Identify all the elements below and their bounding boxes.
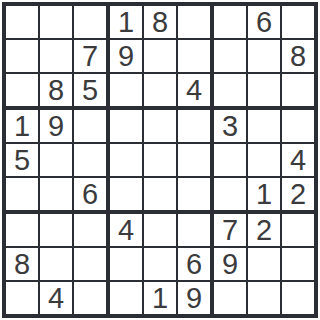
cell-r4c2[interactable]: 9	[40, 110, 72, 142]
cell-r6c8[interactable]: 1	[248, 178, 280, 210]
cell-r5c7[interactable]	[214, 144, 246, 176]
cell-r4c1[interactable]: 1	[6, 110, 38, 142]
cell-r4c7[interactable]: 3	[214, 110, 246, 142]
cell-r8c4[interactable]	[110, 248, 142, 280]
cell-r8c8[interactable]	[248, 248, 280, 280]
cell-r4c9[interactable]	[282, 110, 314, 142]
cell-r6c6[interactable]	[178, 178, 210, 210]
cell-r9c1[interactable]	[6, 282, 38, 314]
cell-r4c4[interactable]	[110, 110, 142, 142]
cell-r9c4[interactable]	[110, 282, 142, 314]
cell-r6c4[interactable]	[110, 178, 142, 210]
cell-r2c9[interactable]: 8	[282, 40, 314, 72]
cell-r6c9[interactable]: 2	[282, 178, 314, 210]
cell-r1c1[interactable]	[6, 6, 38, 38]
cell-r4c6[interactable]	[178, 110, 210, 142]
cell-r3c5[interactable]	[144, 74, 176, 106]
box-r1c2: 1894	[110, 6, 210, 106]
cell-r6c5[interactable]	[144, 178, 176, 210]
cell-r1c2[interactable]	[40, 6, 72, 38]
cell-r8c7[interactable]: 9	[214, 248, 246, 280]
cell-r2c1[interactable]	[6, 40, 38, 72]
cell-r7c5[interactable]	[144, 214, 176, 246]
cell-r6c1[interactable]	[6, 178, 38, 210]
cell-r2c4[interactable]: 9	[110, 40, 142, 72]
cell-r8c1[interactable]: 8	[6, 248, 38, 280]
box-r2c1: 1956	[6, 110, 106, 210]
cell-r3c8[interactable]	[248, 74, 280, 106]
cell-r5c1[interactable]: 5	[6, 144, 38, 176]
cell-r9c3[interactable]	[74, 282, 106, 314]
cell-r9c7[interactable]	[214, 282, 246, 314]
cell-r8c9[interactable]	[282, 248, 314, 280]
cell-r7c2[interactable]	[40, 214, 72, 246]
cell-r4c8[interactable]	[248, 110, 280, 142]
cell-r8c2[interactable]	[40, 248, 72, 280]
cell-r3c1[interactable]	[6, 74, 38, 106]
cell-r7c4[interactable]: 4	[110, 214, 142, 246]
cell-r8c3[interactable]	[74, 248, 106, 280]
cell-r7c1[interactable]	[6, 214, 38, 246]
cell-r7c9[interactable]	[282, 214, 314, 246]
cell-r7c8[interactable]: 2	[248, 214, 280, 246]
cell-r6c7[interactable]	[214, 178, 246, 210]
cell-r5c2[interactable]	[40, 144, 72, 176]
cell-r1c8[interactable]: 6	[248, 6, 280, 38]
cell-r9c6[interactable]: 9	[178, 282, 210, 314]
cell-r9c2[interactable]: 4	[40, 282, 72, 314]
box-r2c3: 3412	[214, 110, 314, 210]
cell-r1c9[interactable]	[282, 6, 314, 38]
cell-r9c9[interactable]	[282, 282, 314, 314]
box-r1c3: 68	[214, 6, 314, 106]
cell-r8c5[interactable]	[144, 248, 176, 280]
cell-r2c5[interactable]	[144, 40, 176, 72]
cell-r1c3[interactable]	[74, 6, 106, 38]
cell-r7c3[interactable]	[74, 214, 106, 246]
cell-r4c3[interactable]	[74, 110, 106, 142]
cell-r2c7[interactable]	[214, 40, 246, 72]
cell-r3c3[interactable]: 5	[74, 74, 106, 106]
cell-r1c5[interactable]: 8	[144, 6, 176, 38]
cell-r3c6[interactable]: 4	[178, 74, 210, 106]
box-r2c2	[110, 110, 210, 210]
cell-r2c2[interactable]	[40, 40, 72, 72]
cell-r5c9[interactable]: 4	[282, 144, 314, 176]
cell-r3c2[interactable]: 8	[40, 74, 72, 106]
cell-r5c3[interactable]	[74, 144, 106, 176]
cell-r5c5[interactable]	[144, 144, 176, 176]
cell-r2c3[interactable]: 7	[74, 40, 106, 72]
sudoku-board: 78518946819563412844619729	[2, 2, 318, 318]
cell-r5c8[interactable]	[248, 144, 280, 176]
cell-r1c6[interactable]	[178, 6, 210, 38]
cell-r1c4[interactable]: 1	[110, 6, 142, 38]
cell-r2c8[interactable]	[248, 40, 280, 72]
cell-r6c3[interactable]: 6	[74, 178, 106, 210]
box-r1c1: 785	[6, 6, 106, 106]
box-r3c2: 4619	[110, 214, 210, 314]
box-r3c1: 84	[6, 214, 106, 314]
cell-r3c4[interactable]	[110, 74, 142, 106]
cell-r4c5[interactable]	[144, 110, 176, 142]
cell-r6c2[interactable]	[40, 178, 72, 210]
cell-r7c7[interactable]: 7	[214, 214, 246, 246]
cell-r8c6[interactable]: 6	[178, 248, 210, 280]
cell-r9c5[interactable]: 1	[144, 282, 176, 314]
cell-r5c4[interactable]	[110, 144, 142, 176]
cell-r7c6[interactable]	[178, 214, 210, 246]
cell-r3c7[interactable]	[214, 74, 246, 106]
box-r3c3: 729	[214, 214, 314, 314]
cell-r5c6[interactable]	[178, 144, 210, 176]
cell-r9c8[interactable]	[248, 282, 280, 314]
cell-r1c7[interactable]	[214, 6, 246, 38]
cell-r3c9[interactable]	[282, 74, 314, 106]
cell-r2c6[interactable]	[178, 40, 210, 72]
